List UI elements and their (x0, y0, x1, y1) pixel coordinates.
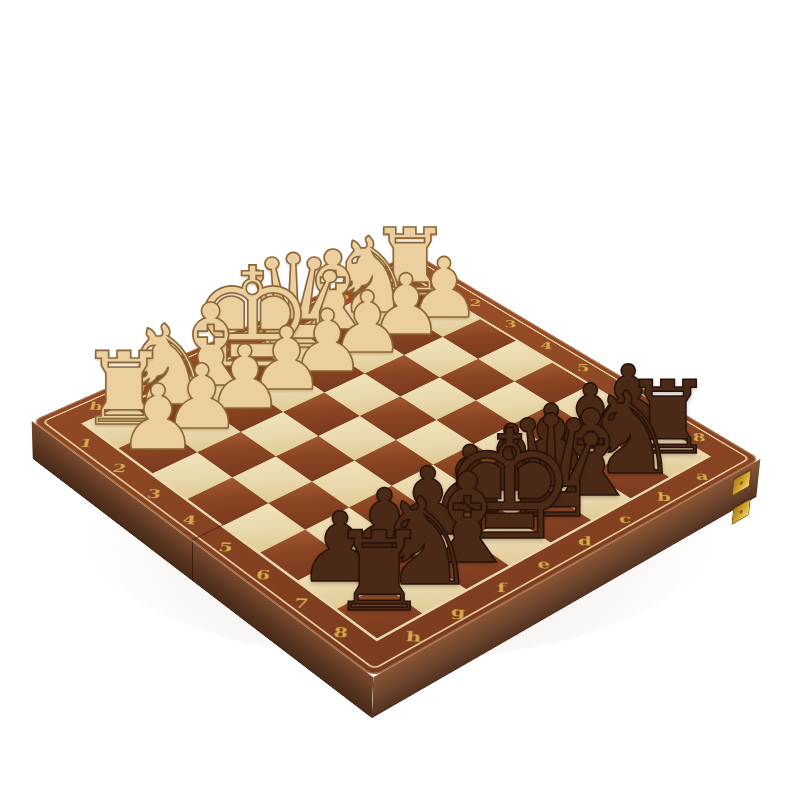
brass-clasp (732, 469, 751, 495)
fold-seam-side (192, 541, 193, 582)
white-pawn-h2[interactable]: ♟ (117, 373, 198, 464)
fold-seam (190, 524, 223, 541)
black-rook-h8[interactable]: ♜ (330, 516, 429, 627)
square-h5[interactable] (223, 503, 305, 552)
brass-clasp (732, 499, 751, 525)
square-h4[interactable] (188, 477, 269, 525)
product-photo: 12345678 abcdefgh 12345678 abcdefgh ♜♞♝♛… (0, 0, 800, 800)
